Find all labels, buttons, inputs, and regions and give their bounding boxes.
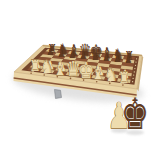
frame-dot <box>83 79 85 81</box>
frame-dot <box>109 83 111 85</box>
inlay-dot <box>84 77 85 78</box>
inlay-dot <box>97 79 98 80</box>
clasp-icon <box>55 90 62 99</box>
inlay-dot <box>45 72 46 73</box>
frame-dot <box>30 73 32 75</box>
inlay-dot <box>132 81 133 82</box>
inlay-dot <box>71 76 72 77</box>
product-photo: ♜♞♝♛♚♝♞♜♟♟♟♟♟♟♟♟♟♟♟♟♟♟♟♟♜♞♝♛♚♝♞♜ ♟ ♚ <box>0 0 160 160</box>
inlay-dot <box>133 78 134 79</box>
inlay-dot <box>58 74 59 75</box>
inlay-dot <box>135 62 136 63</box>
frame-dot <box>96 81 98 83</box>
inlay-dot <box>110 80 111 81</box>
display-piece-black-king: ♚ <box>121 93 149 136</box>
inlay-dot <box>134 68 135 69</box>
inlay-dot <box>123 82 124 83</box>
inlay-dot <box>32 71 33 72</box>
inlay-dot <box>135 65 136 66</box>
frame-dot <box>57 76 59 78</box>
inlay-dot <box>133 75 134 76</box>
inlay-dot <box>134 71 135 72</box>
inlay-dot <box>136 58 137 59</box>
frame-dot <box>43 74 45 76</box>
frame-dot <box>70 78 72 80</box>
frame-dot <box>122 84 124 86</box>
